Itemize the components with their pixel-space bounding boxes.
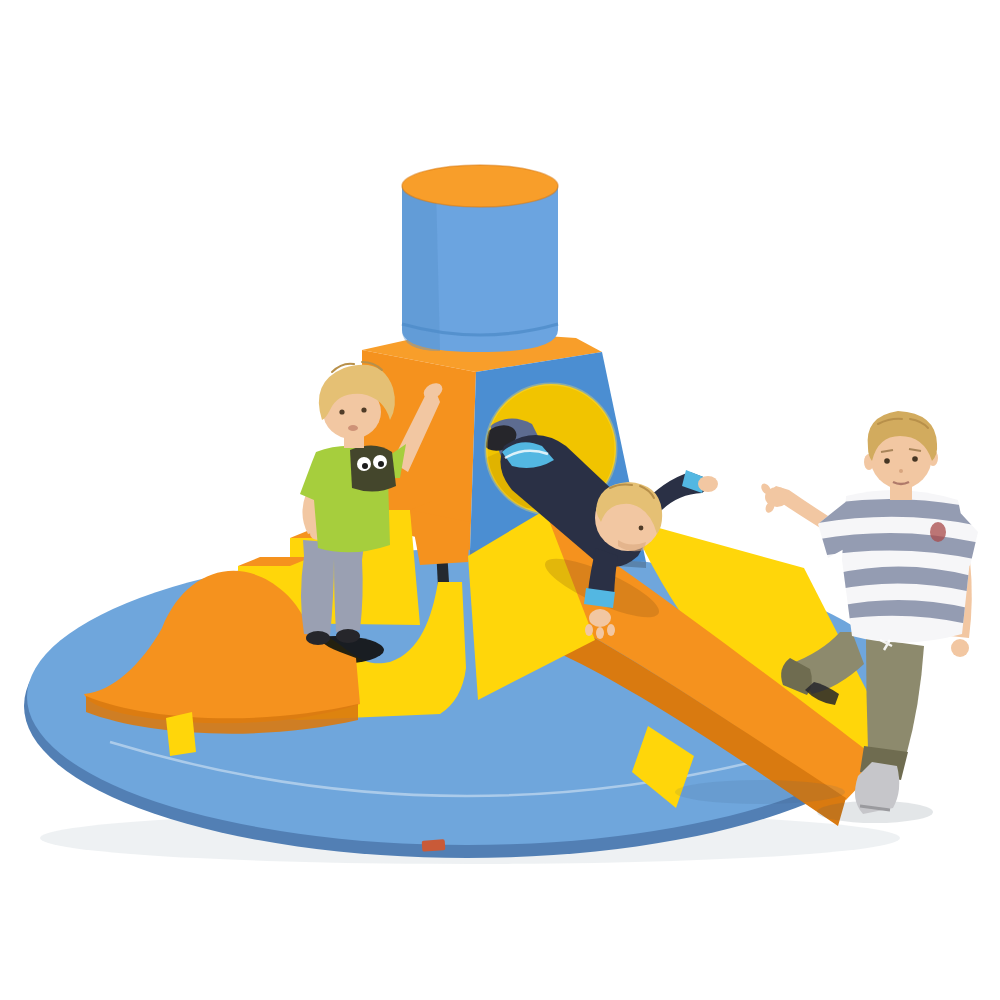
toddler-eye-left [339, 409, 344, 414]
runner-left-leg [866, 638, 924, 756]
toddler-mouth [348, 425, 358, 431]
softplay-scene [0, 0, 1000, 1000]
toddler-foot-left [306, 631, 330, 645]
monster-print [350, 445, 396, 491]
crawler-eye [639, 526, 644, 531]
crawler-left-hand [589, 609, 611, 627]
wave-foot-yellow-edge [166, 712, 196, 756]
slide-shadow-on-mat [675, 780, 845, 804]
tower-cylinder [402, 165, 558, 352]
brand-tag [422, 839, 446, 852]
shirt-patch [930, 522, 946, 542]
toddler-eye-right [361, 407, 366, 412]
crawler-right-hand [698, 476, 718, 492]
runner-eye-right [912, 456, 918, 462]
runner-left-hand [951, 639, 969, 657]
product-photo [0, 0, 1000, 1000]
toddler-foot-right [336, 629, 360, 643]
runner-eye-left [884, 458, 890, 464]
